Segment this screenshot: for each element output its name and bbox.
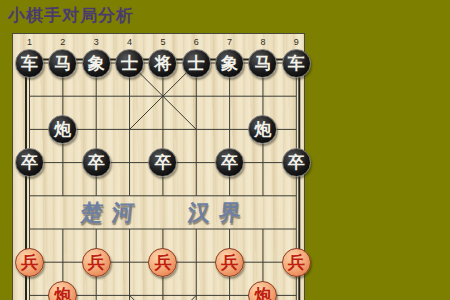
piece-black-elephant[interactable]: 象 bbox=[215, 49, 244, 78]
piece-black-cannon[interactable]: 炮 bbox=[48, 115, 77, 144]
piece-black-horse[interactable]: 马 bbox=[248, 49, 277, 78]
piece-black-pawn[interactable]: 卒 bbox=[215, 148, 244, 177]
piece-black-horse[interactable]: 马 bbox=[48, 49, 77, 78]
column-label-2: 2 bbox=[60, 37, 65, 47]
piece-red-cannon[interactable]: 炮 bbox=[248, 281, 277, 300]
column-label-1: 1 bbox=[27, 37, 32, 47]
column-label-5: 5 bbox=[160, 37, 165, 47]
piece-black-advisor[interactable]: 士 bbox=[182, 49, 211, 78]
column-label-8: 8 bbox=[260, 37, 265, 47]
river-label-right: 汉界 bbox=[186, 198, 251, 228]
page-title: 小棋手对局分析 bbox=[8, 4, 134, 27]
column-label-7: 7 bbox=[227, 37, 232, 47]
piece-red-pawn[interactable]: 兵 bbox=[148, 248, 177, 277]
piece-black-cannon[interactable]: 炮 bbox=[248, 115, 277, 144]
river-label-left: 楚河 bbox=[79, 198, 144, 228]
column-label-3: 3 bbox=[94, 37, 99, 47]
piece-red-pawn[interactable]: 兵 bbox=[82, 248, 111, 277]
piece-red-pawn[interactable]: 兵 bbox=[215, 248, 244, 277]
xiangqi-board[interactable]: 123456789 楚河 汉界 车马象士将士象马车炮炮卒卒卒卒卒兵兵兵兵兵炮炮车… bbox=[12, 33, 305, 300]
piece-black-elephant[interactable]: 象 bbox=[82, 49, 111, 78]
app-window: 小棋手对局分析 123456789 楚河 汉界 车马象士将士象马车炮炮卒卒卒卒卒… bbox=[0, 0, 450, 300]
piece-black-pawn[interactable]: 卒 bbox=[82, 148, 111, 177]
piece-red-pawn[interactable]: 兵 bbox=[15, 248, 44, 277]
piece-black-advisor[interactable]: 士 bbox=[115, 49, 144, 78]
column-label-6: 6 bbox=[194, 37, 199, 47]
piece-black-chariot[interactable]: 车 bbox=[282, 49, 311, 78]
piece-black-pawn[interactable]: 卒 bbox=[148, 148, 177, 177]
piece-black-pawn[interactable]: 卒 bbox=[282, 148, 311, 177]
piece-red-pawn[interactable]: 兵 bbox=[282, 248, 311, 277]
column-label-9: 9 bbox=[294, 37, 299, 47]
column-label-4: 4 bbox=[127, 37, 132, 47]
piece-red-cannon[interactable]: 炮 bbox=[48, 281, 77, 300]
piece-black-chariot[interactable]: 车 bbox=[15, 49, 44, 78]
piece-black-pawn[interactable]: 卒 bbox=[15, 148, 44, 177]
piece-black-general[interactable]: 将 bbox=[148, 49, 177, 78]
